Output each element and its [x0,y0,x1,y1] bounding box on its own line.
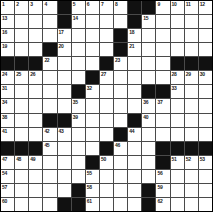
clue-number: 35 [73,99,78,105]
crossword-cell[interactable]: 7 [100,1,113,14]
crossword-cell[interactable]: 9 [156,1,169,14]
crossword-cell[interactable] [15,114,28,127]
block-cell [156,156,169,169]
crossword-cell[interactable] [171,15,184,28]
crossword-cell[interactable] [43,29,56,42]
clue-number: 22 [44,57,49,63]
crossword-cell[interactable]: 38 [1,114,14,127]
clue-number: 27 [101,71,106,77]
clue-number: 57 [2,184,7,190]
clue-number: 6 [87,1,89,7]
crossword-cell[interactable] [142,71,155,84]
crossword-cell[interactable]: 10 [171,1,184,14]
crossword-cell[interactable] [72,57,85,70]
block-cell [15,142,28,155]
crossword-cell[interactable] [128,142,141,155]
crossword-cell[interactable] [142,43,155,56]
crossword-cell[interactable]: 17 [58,29,71,42]
crossword-cell[interactable] [185,170,198,183]
clue-number: 8 [115,1,117,7]
crossword-cell[interactable]: 39 [72,114,85,127]
crossword-cell[interactable] [128,170,141,183]
crossword-cell[interactable]: 12 [199,1,212,14]
clue-number: 41 [2,128,7,134]
crossword-cell[interactable] [156,15,169,28]
block-cell [156,142,169,155]
clue-number: 7 [101,1,103,7]
crossword-cell[interactable] [185,29,198,42]
crossword-cell[interactable] [156,57,169,70]
crossword-cell[interactable] [29,43,42,56]
block-cell [58,114,71,127]
crossword-cell[interactable] [72,43,85,56]
crossword-cell[interactable] [171,128,184,141]
crossword-cell[interactable] [114,85,127,98]
crossword-cell[interactable]: 16 [1,29,14,42]
block-cell [128,15,141,28]
crossword-cell[interactable] [58,156,71,169]
block-cell [128,1,141,14]
block-cell [128,114,141,127]
clue-number: 25 [16,71,21,77]
crossword-cell[interactable] [171,99,184,112]
crossword-cell[interactable] [199,29,212,42]
crossword-cell[interactable] [156,29,169,42]
clue-number: 30 [200,71,205,77]
crossword-cell[interactable] [185,99,198,112]
crossword-cell[interactable] [114,99,127,112]
crossword-cell[interactable] [185,114,198,127]
crossword-cell[interactable] [199,128,212,141]
block-cell [142,1,155,14]
clue-number: 39 [73,114,78,120]
clue-number: 37 [157,99,162,105]
crossword-cell[interactable] [128,156,141,169]
clue-number: 18 [129,29,134,35]
crossword-cell[interactable] [142,142,155,155]
crossword-cell[interactable] [15,184,28,197]
clue-number: 5 [73,1,75,7]
crossword-cell[interactable]: 61 [86,198,99,211]
crossword-cell[interactable] [15,43,28,56]
crossword-cell[interactable] [100,170,113,183]
block-cell [142,184,155,197]
crossword-cell[interactable] [100,85,113,98]
crossword-cell[interactable] [58,170,71,183]
crossword-cell[interactable] [86,128,99,141]
crossword-cell[interactable] [29,198,42,211]
crossword-cell[interactable] [29,114,42,127]
crossword-cell[interactable] [199,198,212,211]
crossword-cell[interactable] [29,85,42,98]
crossword-cell[interactable] [43,71,56,84]
crossword-cell[interactable] [72,142,85,155]
crossword-cell[interactable] [185,43,198,56]
crossword-cell[interactable]: 49 [29,156,42,169]
block-cell [100,142,113,155]
crossword-cell[interactable]: 35 [72,99,85,112]
block-cell [114,128,127,141]
crossword-cell[interactable]: 56 [156,170,169,183]
clue-number: 53 [200,156,205,162]
clue-number: 17 [59,29,64,35]
crossword-cell[interactable] [114,184,127,197]
crossword-cell[interactable] [100,128,113,141]
crossword-cell[interactable]: 52 [185,156,198,169]
crossword-cell[interactable] [100,43,113,56]
crossword-puzzle: 1234567891011121314151617181920212223242… [0,0,213,212]
block-cell [100,57,113,70]
crossword-cell[interactable]: 43 [58,128,71,141]
crossword-cell[interactable]: 33 [171,85,184,98]
clue-number: 42 [44,128,49,134]
crossword-cell[interactable] [100,184,113,197]
crossword-cell[interactable] [199,184,212,197]
crossword-cell[interactable]: 34 [1,99,14,112]
crossword-cell[interactable]: 54 [1,170,14,183]
block-cell [171,57,184,70]
crossword-cell[interactable] [15,198,28,211]
crossword-cell[interactable]: 27 [100,71,113,84]
clue-number: 58 [87,184,92,190]
block-cell [72,198,85,211]
crossword-cell[interactable] [58,85,71,98]
crossword-cell[interactable] [100,99,113,112]
crossword-cell[interactable] [171,198,184,211]
crossword-cell[interactable]: 57 [1,184,14,197]
crossword-cell[interactable]: 36 [142,99,155,112]
crossword-cell[interactable] [100,29,113,42]
crossword-cell[interactable] [58,71,71,84]
crossword-cell[interactable] [43,170,56,183]
crossword-cell[interactable] [29,99,42,112]
block-cell [29,57,42,70]
clue-number: 38 [2,114,7,120]
clue-number: 47 [2,156,7,162]
crossword-cell[interactable] [72,29,85,42]
crossword-cell[interactable] [86,15,99,28]
crossword-cell[interactable] [185,198,198,211]
clue-number: 29 [186,71,191,77]
clue-number: 45 [44,142,49,148]
crossword-cell[interactable] [128,85,141,98]
clue-number: 48 [16,156,21,162]
block-cell [199,57,212,70]
clue-number: 54 [2,170,7,176]
crossword-cell[interactable] [29,15,42,28]
crossword-cell[interactable] [58,99,71,112]
crossword-cell[interactable]: 4 [43,1,56,14]
crossword-cell[interactable]: 47 [1,156,14,169]
clue-number: 52 [186,156,191,162]
clue-number: 21 [129,43,134,49]
crossword-board: 1234567891011121314151617181920212223242… [0,0,213,212]
clue-number: 56 [157,170,162,176]
crossword-cell[interactable]: 55 [86,170,99,183]
crossword-cell[interactable] [100,15,113,28]
clue-number: 40 [143,114,148,120]
crossword-cell[interactable]: 26 [29,71,42,84]
crossword-cell[interactable]: 48 [15,156,28,169]
crossword-cell[interactable]: 28 [171,71,184,84]
crossword-cell[interactable] [86,57,99,70]
crossword-cell[interactable]: 45 [43,142,56,155]
crossword-cell[interactable] [86,43,99,56]
clue-number: 36 [143,99,148,105]
crossword-cell[interactable] [15,29,28,42]
block-cell [86,156,99,169]
clue-number: 43 [59,128,64,134]
crossword-cell[interactable] [15,128,28,141]
clue-number: 24 [2,71,7,77]
block-cell [185,57,198,70]
crossword-cell[interactable] [72,71,85,84]
crossword-cell[interactable]: 23 [114,57,127,70]
crossword-cell[interactable] [29,184,42,197]
crossword-cell[interactable] [142,128,155,141]
clue-number: 1 [2,1,4,7]
crossword-cell[interactable] [86,99,99,112]
crossword-cell[interactable]: 42 [43,128,56,141]
crossword-cell[interactable] [142,57,155,70]
crossword-cell[interactable] [114,170,127,183]
block-cell [29,142,42,155]
clue-number: 4 [44,1,46,7]
clue-number: 50 [101,156,106,162]
crossword-cell[interactable] [72,170,85,183]
crossword-cell[interactable]: 50 [100,156,113,169]
block-cell [171,142,184,155]
clue-number: 2 [16,1,18,7]
clue-number: 32 [87,85,92,91]
clue-number: 16 [2,29,7,35]
clue-number: 34 [2,99,7,105]
crossword-cell[interactable] [142,170,155,183]
crossword-cell[interactable] [72,128,85,141]
clue-number: 44 [129,128,134,134]
crossword-cell[interactable]: 46 [114,142,127,155]
crossword-cell[interactable] [15,85,28,98]
crossword-cell[interactable]: 40 [142,114,155,127]
crossword-cell[interactable]: 2 [15,1,28,14]
crossword-cell[interactable] [58,57,71,70]
crossword-cell[interactable] [128,71,141,84]
crossword-cell[interactable]: 18 [128,29,141,42]
clue-number: 23 [115,57,120,63]
crossword-cell[interactable]: 19 [1,43,14,56]
crossword-cell[interactable] [171,170,184,183]
block-cell [15,57,28,70]
crossword-cell[interactable] [171,114,184,127]
crossword-cell[interactable]: 30 [199,71,212,84]
crossword-cell[interactable]: 51 [171,156,184,169]
clue-number: 59 [157,184,162,190]
block-cell [43,43,56,56]
crossword-cell[interactable]: 25 [15,71,28,84]
crossword-cell[interactable]: 6 [86,1,99,14]
block-cell [114,43,127,56]
crossword-cell[interactable]: 62 [156,198,169,211]
crossword-cell[interactable] [171,29,184,42]
crossword-cell[interactable] [185,128,198,141]
crossword-cell[interactable] [199,114,212,127]
crossword-cell[interactable]: 32 [86,85,99,98]
crossword-cell[interactable] [114,71,127,84]
clue-number: 26 [30,71,35,77]
crossword-cell[interactable] [128,184,141,197]
block-cell [156,85,169,98]
clue-number: 49 [30,156,35,162]
crossword-cell[interactable]: 29 [185,71,198,84]
crossword-cell[interactable] [142,156,155,169]
crossword-cell[interactable]: 53 [199,156,212,169]
crossword-cell[interactable] [43,85,56,98]
clue-number: 13 [2,15,7,21]
clue-number: 62 [157,198,162,204]
block-cell [58,15,71,28]
block-cell [142,85,155,98]
crossword-cell[interactable] [86,114,99,127]
block-cell [43,114,56,127]
block-cell [199,142,212,155]
crossword-cell[interactable] [199,15,212,28]
crossword-cell[interactable] [156,114,169,127]
clue-number: 14 [73,15,78,21]
block-cell [58,1,71,14]
clue-number: 61 [87,198,92,204]
crossword-cell[interactable] [15,99,28,112]
crossword-cell[interactable] [15,15,28,28]
crossword-cell[interactable] [58,184,71,197]
block-cell [58,198,71,211]
crossword-cell[interactable]: 31 [1,85,14,98]
clue-number: 46 [115,142,120,148]
crossword-cell[interactable] [199,85,212,98]
crossword-cell[interactable]: 41 [1,128,14,141]
crossword-cell[interactable] [86,142,99,155]
crossword-cell[interactable] [185,184,198,197]
crossword-cell[interactable] [142,29,155,42]
crossword-cell[interactable] [43,15,56,28]
block-cell [86,71,99,84]
crossword-cell[interactable] [29,128,42,141]
crossword-cell[interactable]: 44 [128,128,141,141]
crossword-cell[interactable]: 60 [1,198,14,211]
crossword-cell[interactable] [156,71,169,84]
clue-number: 15 [143,15,148,21]
crossword-cell[interactable]: 24 [1,71,14,84]
clue-number: 20 [59,43,64,49]
crossword-cell[interactable]: 20 [58,43,71,56]
block-cell [1,142,14,155]
clue-number: 51 [172,156,177,162]
crossword-cell[interactable] [156,43,169,56]
clue-number: 9 [157,1,159,7]
crossword-cell[interactable]: 11 [185,1,198,14]
crossword-cell[interactable]: 13 [1,15,14,28]
crossword-cell[interactable]: 3 [29,1,42,14]
clue-number: 12 [200,1,205,7]
block-cell [72,184,85,197]
crossword-cell[interactable]: 14 [72,15,85,28]
crossword-cell[interactable]: 59 [156,184,169,197]
clue-number: 11 [186,1,191,7]
crossword-cell[interactable] [43,156,56,169]
crossword-cell[interactable]: 5 [72,1,85,14]
clue-number: 10 [172,1,177,7]
crossword-cell[interactable] [171,184,184,197]
crossword-cell[interactable] [156,128,169,141]
block-cell [114,29,127,42]
block-cell [142,198,155,211]
crossword-cell[interactable] [199,99,212,112]
clue-number: 60 [2,198,7,204]
crossword-cell[interactable] [58,142,71,155]
crossword-cell[interactable] [114,198,127,211]
crossword-cell[interactable] [43,99,56,112]
crossword-cell[interactable] [114,114,127,127]
block-cell [1,57,14,70]
crossword-cell[interactable] [86,29,99,42]
crossword-cell[interactable] [29,29,42,42]
crossword-cell[interactable]: 1 [1,1,14,14]
crossword-cell[interactable] [72,156,85,169]
crossword-cell[interactable] [128,57,141,70]
crossword-cell[interactable]: 15 [142,15,155,28]
crossword-cell[interactable] [29,170,42,183]
crossword-cell[interactable] [43,184,56,197]
crossword-cell[interactable] [114,156,127,169]
block-cell [185,142,198,155]
clue-number: 33 [172,85,177,91]
crossword-cell[interactable] [199,43,212,56]
crossword-cell[interactable]: 21 [128,43,141,56]
clue-number: 28 [172,71,177,77]
crossword-cell[interactable] [100,114,113,127]
crossword-cell[interactable] [15,170,28,183]
crossword-cell[interactable]: 58 [86,184,99,197]
clue-number: 31 [2,85,7,91]
crossword-cell[interactable] [114,15,127,28]
crossword-cell[interactable] [43,198,56,211]
crossword-cell[interactable]: 37 [156,99,169,112]
clue-number: 55 [87,170,92,176]
crossword-cell[interactable] [185,15,198,28]
clue-number: 19 [2,43,7,49]
crossword-cell[interactable] [171,43,184,56]
crossword-cell[interactable] [100,198,113,211]
clue-number: 3 [30,1,32,7]
crossword-cell[interactable] [128,198,141,211]
crossword-cell[interactable] [128,99,141,112]
crossword-cell[interactable]: 8 [114,1,127,14]
crossword-cell[interactable] [199,170,212,183]
crossword-cell[interactable] [185,85,198,98]
block-cell [72,85,85,98]
crossword-cell[interactable]: 22 [43,57,56,70]
